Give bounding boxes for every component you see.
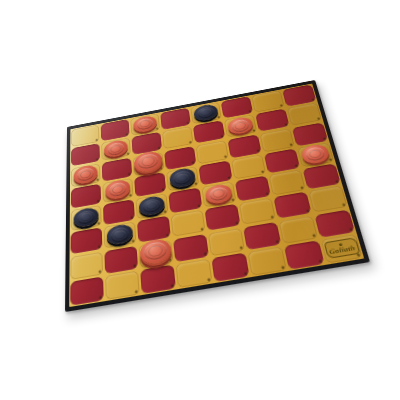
square-r7c7[interactable]: ♚Goliath <box>319 233 364 265</box>
photo-canvas: ♚Goliath <box>0 0 400 400</box>
board-grid: ♚Goliath <box>69 84 364 308</box>
dark-square-face <box>70 276 103 305</box>
square-r7c1[interactable] <box>104 269 141 301</box>
brand-text: Goliath <box>329 245 357 256</box>
light-square-face <box>105 270 139 299</box>
light-square-face <box>248 246 287 275</box>
light-square-face <box>176 259 212 288</box>
dark-square-face <box>284 240 324 269</box>
dark-square-face <box>140 265 175 294</box>
square-r7c4[interactable] <box>210 251 251 283</box>
square-r7c2[interactable] <box>139 263 177 295</box>
checkers-board: ♚Goliath <box>65 80 370 312</box>
square-r7c6[interactable] <box>283 239 326 271</box>
dark-square-face <box>212 252 250 281</box>
square-r7c0[interactable] <box>69 275 105 307</box>
square-r7c5[interactable] <box>246 245 288 277</box>
square-r7c3[interactable] <box>174 257 213 289</box>
